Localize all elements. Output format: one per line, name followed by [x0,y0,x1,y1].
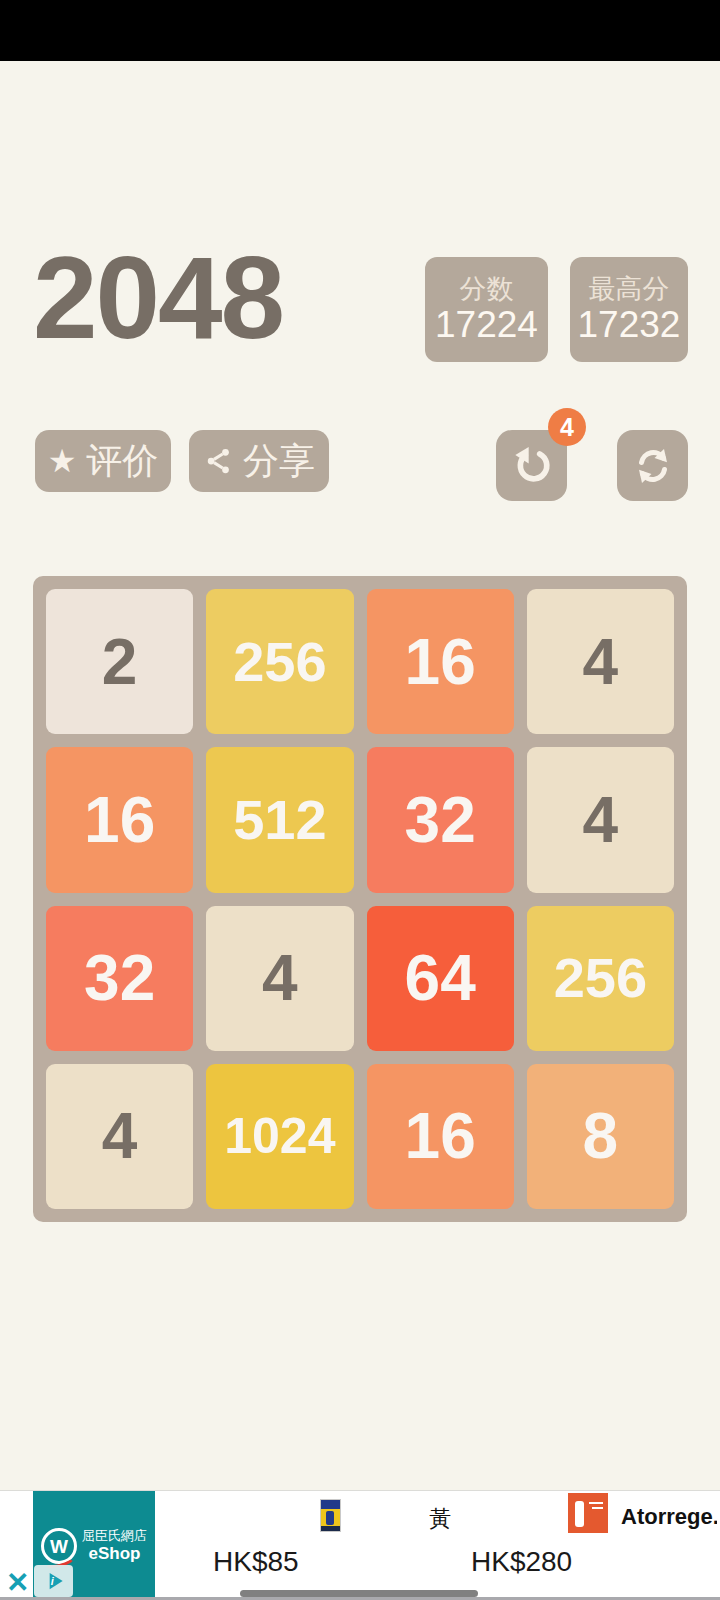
star-icon: ★ [48,445,77,477]
refresh-icon [633,446,673,486]
tile-r2c1: 4 [206,906,353,1051]
share-button-label: 分享 [243,443,315,479]
watsons-w-logo-icon: W [41,1528,77,1564]
tile-r1c1: 512 [206,747,353,892]
rate-button-label: 评价 [86,443,158,479]
ad-brand-line1: 屈臣氏網店 [82,1529,147,1544]
tile-r1c3: 4 [527,747,674,892]
ad-brand-line2: eShop [89,1544,141,1564]
tile-r2c3: 256 [527,906,674,1051]
tile-r1c0: 16 [46,747,193,892]
product-2-price[interactable]: HK$280 [471,1546,572,1578]
best-score-box: 最高分 17232 [570,257,688,362]
rate-button[interactable]: ★ 评价 [35,430,171,492]
tile-r3c1: 1024 [206,1064,353,1209]
score-value: 17224 [435,306,538,343]
best-score-value: 17232 [578,306,681,343]
product-1-price[interactable]: HK$85 [213,1546,299,1578]
share-button[interactable]: 分享 [189,430,329,492]
best-score-label: 最高分 [589,276,670,303]
tile-r0c2: 16 [367,589,514,734]
tile-r0c0: 2 [46,589,193,734]
product-3-title[interactable]: Atorrege... [621,1504,717,1530]
tile-r3c2: 16 [367,1064,514,1209]
share-icon [203,446,233,476]
tile-r1c2: 32 [367,747,514,892]
tile-r0c3: 4 [527,589,674,734]
ad-banner[interactable]: W 屈臣氏網店 eShop HK$85 黃 HK$280 Atorrege...… [0,1490,720,1600]
ad-close-button[interactable]: ✕ [6,1569,29,1597]
carousel-scrollbar[interactable] [240,1590,478,1597]
product-1-thumbnail[interactable] [320,1499,341,1532]
tile-r3c3: 8 [527,1064,674,1209]
tile-r2c0: 32 [46,906,193,1051]
status-bar [0,0,720,61]
score-label: 分数 [460,276,514,303]
tile-r2c2: 64 [367,906,514,1051]
game-board[interactable]: 2 256 16 4 16 512 32 4 32 4 64 256 4 102… [33,576,687,1222]
tile-r0c1: 256 [206,589,353,734]
undo-count-badge: 4 [548,408,586,446]
product-2-title[interactable]: 黃 [429,1504,451,1534]
product-3-thumbnail[interactable] [568,1493,608,1533]
adchoices-icon[interactable]: i [34,1565,73,1597]
restart-button[interactable] [617,430,688,501]
close-icon: ✕ [6,1567,29,1598]
tile-r3c0: 4 [46,1064,193,1209]
game-title: 2048 [33,240,283,356]
score-box: 分数 17224 [425,257,548,362]
app-screen: 2048 分数 17224 最高分 17232 ★ 评价 分享 [0,0,720,1600]
undo-icon [510,444,554,488]
